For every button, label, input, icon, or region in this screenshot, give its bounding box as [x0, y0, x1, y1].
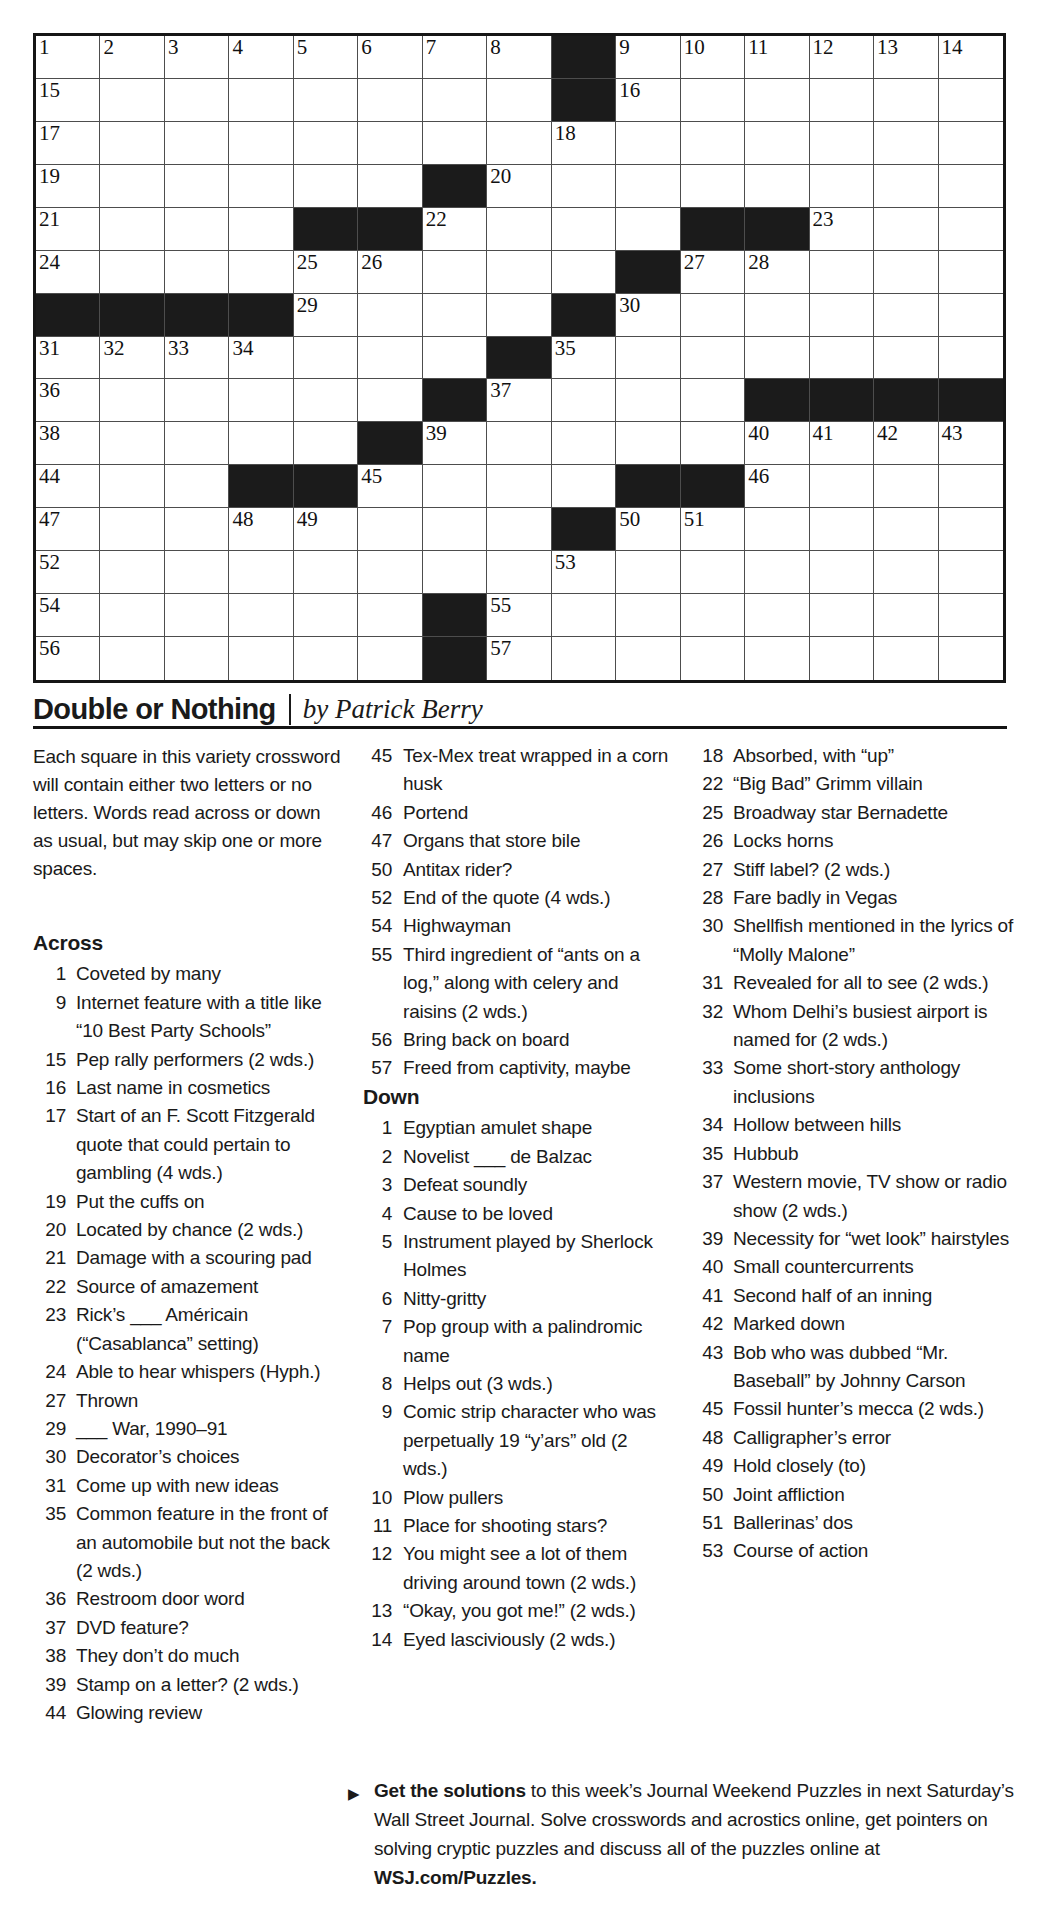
cell-r12c5[interactable]: 49: [294, 508, 358, 551]
clue-text: Able to hear whispers (Hyph.): [76, 1358, 336, 1386]
cell-r13c14[interactable]: [874, 551, 938, 594]
clue-down-11: 11Place for shooting stars?: [350, 1512, 675, 1540]
clue-across-1: 1Coveted by many: [33, 960, 336, 988]
clue-across-9: 9Internet feature with a title like “10 …: [33, 989, 336, 1046]
cell-number: 16: [619, 79, 640, 101]
cell-r2c13[interactable]: [810, 79, 874, 122]
cell-r14c4[interactable]: [229, 594, 293, 637]
cell-r11c8[interactable]: [487, 465, 551, 508]
cell-number: 6: [361, 36, 372, 58]
cell-number: 55: [490, 594, 511, 616]
cell-r11c3[interactable]: [165, 465, 229, 508]
cell-r13c6[interactable]: [358, 551, 422, 594]
clue-text: Hold closely (to): [733, 1452, 1018, 1480]
clue-down-30: 30Shellfish mentioned in the lyrics of “…: [688, 912, 1018, 969]
clue-down-43: 43Bob who was dubbed “Mr. Baseball” by J…: [688, 1339, 1018, 1396]
clue-text: They don’t do much: [76, 1642, 336, 1670]
clue-text: Last name in cosmetics: [76, 1074, 336, 1102]
cell-r14c15[interactable]: [939, 594, 1003, 637]
cell-r4c8[interactable]: 20: [487, 165, 551, 208]
cell-r5c4[interactable]: [229, 208, 293, 251]
cell-r4c1[interactable]: 19: [36, 165, 100, 208]
cell-r7c14[interactable]: [874, 294, 938, 337]
byline: by Patrick Berry: [303, 694, 483, 725]
cell-r13c7[interactable]: [423, 551, 487, 594]
cell-r15c14[interactable]: [874, 637, 938, 680]
cell-r15c1[interactable]: 56: [36, 637, 100, 680]
cell-r10c11[interactable]: [681, 422, 745, 465]
cell-r8c10[interactable]: [616, 337, 680, 380]
cell-r10c7[interactable]: 39: [423, 422, 487, 465]
cell-r12c3[interactable]: [165, 508, 229, 551]
cell-r3c14[interactable]: [874, 122, 938, 165]
cell-r2c4[interactable]: [229, 79, 293, 122]
cell-r1c7[interactable]: 7: [423, 36, 487, 79]
cell-r6c2[interactable]: [100, 251, 164, 294]
cell-r8c1[interactable]: 31: [36, 337, 100, 380]
cell-r8c2[interactable]: 32: [100, 337, 164, 380]
cell-r1c8[interactable]: 8: [487, 36, 551, 79]
cell-number: 12: [813, 36, 834, 58]
cell-r14c5[interactable]: [294, 594, 358, 637]
cell-r12c12[interactable]: [745, 508, 809, 551]
cell-r4c12[interactable]: [745, 165, 809, 208]
cell-r9c9[interactable]: [552, 379, 616, 422]
cell-r2c15[interactable]: [939, 79, 1003, 122]
cell-r15c6[interactable]: [358, 637, 422, 680]
cell-r8c6[interactable]: [358, 337, 422, 380]
clue-number: 25: [688, 799, 723, 827]
cell-number: 47: [39, 508, 60, 530]
cell-r11c9[interactable]: [552, 465, 616, 508]
cell-r5c12: [745, 208, 809, 251]
cell-r2c1[interactable]: 15: [36, 79, 100, 122]
clue-across-55: 55Third ingredient of “ants on a log,” a…: [350, 941, 675, 1026]
cell-r8c11[interactable]: [681, 337, 745, 380]
cell-r3c2[interactable]: [100, 122, 164, 165]
cell-r9c10[interactable]: [616, 379, 680, 422]
cell-r14c13[interactable]: [810, 594, 874, 637]
cell-r7c11[interactable]: [681, 294, 745, 337]
cell-r10c4[interactable]: [229, 422, 293, 465]
cell-r5c15[interactable]: [939, 208, 1003, 251]
cell-r5c7[interactable]: 22: [423, 208, 487, 251]
cell-r1c1[interactable]: 1: [36, 36, 100, 79]
cell-number: 11: [748, 36, 768, 58]
cell-r15c8[interactable]: 57: [487, 637, 551, 680]
cell-r7c6[interactable]: [358, 294, 422, 337]
cell-r10c3[interactable]: [165, 422, 229, 465]
clue-across-54: 54Highwayman: [350, 912, 675, 940]
cell-number: 17: [39, 122, 60, 144]
cell-r12c15[interactable]: [939, 508, 1003, 551]
cell-r13c11[interactable]: [681, 551, 745, 594]
cell-r11c14[interactable]: [874, 465, 938, 508]
cell-r15c12[interactable]: [745, 637, 809, 680]
cell-number: 40: [748, 422, 769, 444]
cell-r5c14[interactable]: [874, 208, 938, 251]
cell-r4c15[interactable]: [939, 165, 1003, 208]
cell-r11c6[interactable]: 45: [358, 465, 422, 508]
cell-r6c9[interactable]: [552, 251, 616, 294]
clue-number: 37: [33, 1614, 66, 1642]
clue-down-12: 12You might see a lot of them driving ar…: [350, 1540, 675, 1597]
cell-r15c5[interactable]: [294, 637, 358, 680]
clue-across-50: 50Antitax rider?: [350, 856, 675, 884]
cell-r1c15[interactable]: 14: [939, 36, 1003, 79]
cell-r3c4[interactable]: [229, 122, 293, 165]
cell-r12c11[interactable]: 51: [681, 508, 745, 551]
note-bold-lead: Get the solutions: [374, 1780, 526, 1801]
cell-r4c9[interactable]: [552, 165, 616, 208]
cell-r6c13[interactable]: [810, 251, 874, 294]
cell-r15c2[interactable]: [100, 637, 164, 680]
cell-r5c10[interactable]: [616, 208, 680, 251]
cell-r9c2[interactable]: [100, 379, 164, 422]
cell-r1c6[interactable]: 6: [358, 36, 422, 79]
cell-r4c3[interactable]: [165, 165, 229, 208]
cell-r9c8[interactable]: 37: [487, 379, 551, 422]
cell-r4c4[interactable]: [229, 165, 293, 208]
cell-r2c12[interactable]: [745, 79, 809, 122]
cell-r11c2[interactable]: [100, 465, 164, 508]
cell-r13c1[interactable]: 52: [36, 551, 100, 594]
clue-number: 38: [33, 1642, 66, 1670]
clue-number: 35: [688, 1140, 723, 1168]
clue-number: 40: [688, 1253, 723, 1281]
clue-number: 30: [33, 1443, 66, 1471]
cell-r11c15[interactable]: [939, 465, 1003, 508]
cell-r3c13[interactable]: [810, 122, 874, 165]
clue-text: Common feature in the front of an automo…: [76, 1500, 336, 1585]
cell-r6c14[interactable]: [874, 251, 938, 294]
cell-r10c14[interactable]: 42: [874, 422, 938, 465]
cell-r2c10[interactable]: 16: [616, 79, 680, 122]
cell-r11c12[interactable]: 46: [745, 465, 809, 508]
cell-r6c15[interactable]: [939, 251, 1003, 294]
clue-number: 32: [688, 998, 723, 1055]
cell-r12c8[interactable]: [487, 508, 551, 551]
cell-r13c10[interactable]: [616, 551, 680, 594]
cell-r14c11[interactable]: [681, 594, 745, 637]
cell-r15c3[interactable]: [165, 637, 229, 680]
cell-number: 1: [39, 36, 50, 58]
cell-r15c10[interactable]: [616, 637, 680, 680]
cell-r10c1[interactable]: 38: [36, 422, 100, 465]
cell-r1c10[interactable]: 9: [616, 36, 680, 79]
clue-down-7: 7Pop group with a palindromic name: [350, 1313, 675, 1370]
cell-r9c14: [874, 379, 938, 422]
cell-r4c14[interactable]: [874, 165, 938, 208]
cell-r3c8[interactable]: [487, 122, 551, 165]
cell-r10c13[interactable]: 41: [810, 422, 874, 465]
clue-number: 16: [33, 1074, 66, 1102]
cell-r2c14[interactable]: [874, 79, 938, 122]
cell-r8c15[interactable]: [939, 337, 1003, 380]
clue-across-21: 21Damage with a scouring pad: [33, 1244, 336, 1272]
cell-number: 25: [297, 251, 318, 273]
clue-across-31: 31Come up with new ideas: [33, 1472, 336, 1500]
cell-r8c9[interactable]: 35: [552, 337, 616, 380]
cell-r1c5[interactable]: 5: [294, 36, 358, 79]
clue-number: 21: [33, 1244, 66, 1272]
clue-across-22: 22Source of amazement: [33, 1273, 336, 1301]
cell-r1c3[interactable]: 3: [165, 36, 229, 79]
clue-number: 23: [33, 1301, 66, 1358]
clue-text: Bring back on board: [403, 1026, 675, 1054]
clue-text: Portend: [403, 799, 675, 827]
cell-r8c4[interactable]: 34: [229, 337, 293, 380]
cell-r12c1[interactable]: 47: [36, 508, 100, 551]
cell-r12c6[interactable]: [358, 508, 422, 551]
cell-r5c2[interactable]: [100, 208, 164, 251]
cell-r5c8[interactable]: [487, 208, 551, 251]
cell-r1c11[interactable]: 10: [681, 36, 745, 79]
cell-number: 44: [39, 465, 60, 487]
clue-text: Cause to be loved: [403, 1200, 675, 1228]
cell-r11c11: [681, 465, 745, 508]
cell-r5c5: [294, 208, 358, 251]
cell-r9c6[interactable]: [358, 379, 422, 422]
cell-r8c3[interactable]: 33: [165, 337, 229, 380]
clue-down-42: 42Marked down: [688, 1310, 1018, 1338]
clue-number: 34: [688, 1111, 723, 1139]
clue-number: 49: [688, 1452, 723, 1480]
clue-number: 44: [33, 1699, 66, 1727]
clue-down-26: 26Locks horns: [688, 827, 1018, 855]
cell-r11c1[interactable]: 44: [36, 465, 100, 508]
cell-r14c1[interactable]: 54: [36, 594, 100, 637]
clue-text: Instrument played by Sherlock Holmes: [403, 1228, 675, 1285]
clue-text: Start of an F. Scott Fitzgerald quote th…: [76, 1102, 336, 1187]
title-separator-bar: [289, 694, 291, 725]
cell-r4c2[interactable]: [100, 165, 164, 208]
cell-r2c2[interactable]: [100, 79, 164, 122]
cell-r8c5[interactable]: [294, 337, 358, 380]
cell-number: 18: [555, 122, 576, 144]
cell-r7c12[interactable]: [745, 294, 809, 337]
cell-r3c3[interactable]: [165, 122, 229, 165]
cell-r15c11[interactable]: [681, 637, 745, 680]
cell-r14c2[interactable]: [100, 594, 164, 637]
cell-r11c7[interactable]: [423, 465, 487, 508]
cell-r2c3[interactable]: [165, 79, 229, 122]
cell-r4c6[interactable]: [358, 165, 422, 208]
cell-r13c8[interactable]: [487, 551, 551, 594]
cell-r4c13[interactable]: [810, 165, 874, 208]
clue-text: Fossil hunter’s mecca (2 wds.): [733, 1395, 1018, 1423]
clue-text: Damage with a scouring pad: [76, 1244, 336, 1272]
cell-r15c9[interactable]: [552, 637, 616, 680]
cell-r6c4[interactable]: [229, 251, 293, 294]
cell-r2c7[interactable]: [423, 79, 487, 122]
clue-text: Shellfish mentioned in the lyrics of “Mo…: [733, 912, 1018, 969]
cell-r7c5[interactable]: 29: [294, 294, 358, 337]
clue-text: Nitty-gritty: [403, 1285, 675, 1313]
cell-r4c10[interactable]: [616, 165, 680, 208]
cell-r6c1[interactable]: 24: [36, 251, 100, 294]
cell-r8c13[interactable]: [810, 337, 874, 380]
clue-number: 43: [688, 1339, 723, 1396]
clue-number: 9: [350, 1398, 392, 1483]
cell-r14c6[interactable]: [358, 594, 422, 637]
cell-number: 49: [297, 508, 318, 530]
cell-r5c9[interactable]: [552, 208, 616, 251]
cell-r1c14[interactable]: 13: [874, 36, 938, 79]
cell-r2c5[interactable]: [294, 79, 358, 122]
cell-r14c10[interactable]: [616, 594, 680, 637]
cell-r6c3[interactable]: [165, 251, 229, 294]
cell-r14c7: [423, 594, 487, 637]
clue-down-35: 35Hubbub: [688, 1140, 1018, 1168]
clue-across-45: 45Tex-Mex treat wrapped in a corn husk: [350, 742, 675, 799]
cell-r8c12[interactable]: [745, 337, 809, 380]
cell-r12c13[interactable]: [810, 508, 874, 551]
cell-r3c15[interactable]: [939, 122, 1003, 165]
cell-r6c8[interactable]: [487, 251, 551, 294]
cell-r4c11[interactable]: [681, 165, 745, 208]
cell-r7c15[interactable]: [939, 294, 1003, 337]
cell-r13c3[interactable]: [165, 551, 229, 594]
cell-r3c6[interactable]: [358, 122, 422, 165]
cell-number: 30: [619, 294, 640, 316]
cell-r6c11[interactable]: 27: [681, 251, 745, 294]
cell-r2c6[interactable]: [358, 79, 422, 122]
cell-r3c12[interactable]: [745, 122, 809, 165]
clue-text: Joint affliction: [733, 1481, 1018, 1509]
cell-r14c14[interactable]: [874, 594, 938, 637]
cell-r1c12[interactable]: 11: [745, 36, 809, 79]
clue-number: 53: [688, 1537, 723, 1565]
cell-number: 48: [232, 508, 253, 530]
cell-number: 13: [877, 36, 898, 58]
cell-r8c7[interactable]: [423, 337, 487, 380]
cell-r5c1[interactable]: 21: [36, 208, 100, 251]
cell-number: 37: [490, 379, 511, 401]
cell-r6c5[interactable]: 25: [294, 251, 358, 294]
cell-number: 23: [813, 208, 834, 230]
clue-number: 11: [350, 1512, 392, 1540]
cell-r6c6[interactable]: 26: [358, 251, 422, 294]
cell-r12c2[interactable]: [100, 508, 164, 551]
cell-r12c4[interactable]: 48: [229, 508, 293, 551]
clue-text: Stiff label? (2 wds.): [733, 856, 1018, 884]
cell-r9c4[interactable]: [229, 379, 293, 422]
cell-r11c13[interactable]: [810, 465, 874, 508]
clue-across-24: 24Able to hear whispers (Hyph.): [33, 1358, 336, 1386]
clue-number: 50: [350, 856, 392, 884]
cell-r14c9[interactable]: [552, 594, 616, 637]
cell-r9c3[interactable]: [165, 379, 229, 422]
clue-down-27: 27Stiff label? (2 wds.): [688, 856, 1018, 884]
cell-r10c10[interactable]: [616, 422, 680, 465]
cell-r12c10[interactable]: 50: [616, 508, 680, 551]
cell-r10c8[interactable]: [487, 422, 551, 465]
cell-r10c2[interactable]: [100, 422, 164, 465]
clue-number: 31: [33, 1472, 66, 1500]
cell-number: 7: [426, 36, 437, 58]
cell-r3c5[interactable]: [294, 122, 358, 165]
cell-number: 28: [748, 251, 769, 273]
cell-r7c8[interactable]: [487, 294, 551, 337]
clue-number: 26: [688, 827, 723, 855]
cell-r12c14[interactable]: [874, 508, 938, 551]
cell-r13c15[interactable]: [939, 551, 1003, 594]
cell-r9c5[interactable]: [294, 379, 358, 422]
cell-r9c1[interactable]: 36: [36, 379, 100, 422]
clue-text: Pop group with a palindromic name: [403, 1313, 675, 1370]
cell-number: 29: [297, 294, 318, 316]
cell-r3c9[interactable]: 18: [552, 122, 616, 165]
cell-r15c13[interactable]: [810, 637, 874, 680]
cell-r3c1[interactable]: 17: [36, 122, 100, 165]
cell-r1c13[interactable]: 12: [810, 36, 874, 79]
cell-r14c12[interactable]: [745, 594, 809, 637]
cell-r10c15[interactable]: 43: [939, 422, 1003, 465]
clue-number: 45: [688, 1395, 723, 1423]
cell-r2c8[interactable]: [487, 79, 551, 122]
cell-r10c9[interactable]: [552, 422, 616, 465]
title-rule: [33, 726, 1007, 729]
cell-r15c15[interactable]: [939, 637, 1003, 680]
cell-r8c14[interactable]: [874, 337, 938, 380]
cell-r5c3[interactable]: [165, 208, 229, 251]
cell-r15c4[interactable]: [229, 637, 293, 680]
cell-r2c11[interactable]: [681, 79, 745, 122]
cell-r9c11[interactable]: [681, 379, 745, 422]
cell-r14c3[interactable]: [165, 594, 229, 637]
cell-r13c5[interactable]: [294, 551, 358, 594]
clue-number: 45: [350, 742, 392, 799]
clue-down-9: 9Comic strip character who was perpetual…: [350, 1398, 675, 1483]
clue-down-22: 22“Big Bad” Grimm villain: [688, 770, 1018, 798]
clue-text: Stamp on a letter? (2 wds.): [76, 1671, 336, 1699]
cell-number: 56: [39, 637, 60, 659]
cell-r5c6: [358, 208, 422, 251]
cell-r14c8[interactable]: 55: [487, 594, 551, 637]
cell-r10c5[interactable]: [294, 422, 358, 465]
cell-r4c5[interactable]: [294, 165, 358, 208]
cell-r3c11[interactable]: [681, 122, 745, 165]
cell-r13c2[interactable]: [100, 551, 164, 594]
clue-down-37: 37Western movie, TV show or radio show (…: [688, 1168, 1018, 1225]
cell-r7c13[interactable]: [810, 294, 874, 337]
clue-text: Calligrapher’s error: [733, 1424, 1018, 1452]
cell-r9c13: [810, 379, 874, 422]
clue-text: Hubbub: [733, 1140, 1018, 1168]
cell-r13c13[interactable]: [810, 551, 874, 594]
cell-r12c7[interactable]: [423, 508, 487, 551]
cell-r6c7[interactable]: [423, 251, 487, 294]
cell-r7c10[interactable]: 30: [616, 294, 680, 337]
cell-r6c12[interactable]: 28: [745, 251, 809, 294]
clue-across-47: 47Organs that store bile: [350, 827, 675, 855]
cell-r1c2[interactable]: 2: [100, 36, 164, 79]
cell-r10c12[interactable]: 40: [745, 422, 809, 465]
solutions-note-text: Get the solutions to this week’s Journal…: [374, 1776, 1020, 1892]
cell-r10c6: [358, 422, 422, 465]
clue-across-20: 20Located by chance (2 wds.): [33, 1216, 336, 1244]
cell-r5c13[interactable]: 23: [810, 208, 874, 251]
cell-r3c7[interactable]: [423, 122, 487, 165]
cell-r3c10[interactable]: [616, 122, 680, 165]
cell-r1c4[interactable]: 4: [229, 36, 293, 79]
cell-r13c12[interactable]: [745, 551, 809, 594]
cell-number: 33: [168, 337, 189, 359]
cell-r13c4[interactable]: [229, 551, 293, 594]
cell-r13c9[interactable]: 53: [552, 551, 616, 594]
cell-r7c7[interactable]: [423, 294, 487, 337]
